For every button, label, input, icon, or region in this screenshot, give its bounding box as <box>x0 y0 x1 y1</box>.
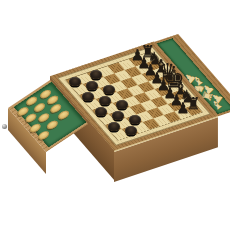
dark-draughts-man[interactable] <box>129 115 141 124</box>
dark-draughts-man[interactable] <box>108 122 120 131</box>
dark-draughts-man[interactable] <box>69 77 81 86</box>
dark-draughts-man[interactable] <box>95 107 107 116</box>
dark-draughts-man[interactable] <box>112 111 124 120</box>
dark-draughts-man[interactable] <box>116 100 128 109</box>
chess-set-product-photo: ♟♝♞♟♜♟♝ ♜♟♞♟♝♟♛♟♚♟♝♟♞♟♜♟ <box>0 0 230 230</box>
dark-draughts-man[interactable] <box>86 81 98 90</box>
board-pieces-layer: ♜♟♞♟♝♟♛♟♚♟♝♟♞♟♜♟ <box>0 0 230 230</box>
dark-draughts-man[interactable] <box>103 85 115 94</box>
black-pawn[interactable]: ♟ <box>176 100 189 115</box>
dark-draughts-man[interactable] <box>82 92 94 101</box>
dark-draughts-man[interactable] <box>125 126 137 135</box>
dark-draughts-man[interactable] <box>90 70 102 79</box>
dark-draughts-man[interactable] <box>99 96 111 105</box>
